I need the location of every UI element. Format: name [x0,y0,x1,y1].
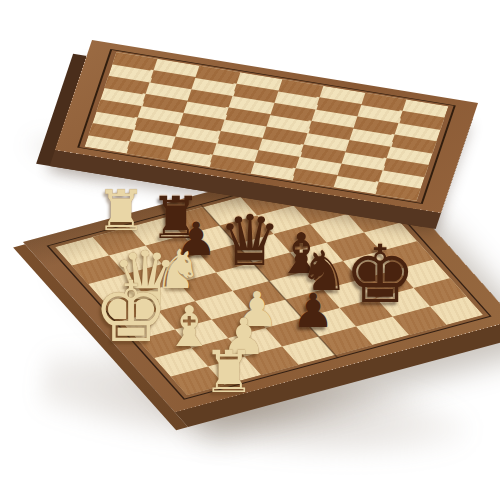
dark-queen-d6[interactable]: ♛ [219,206,282,276]
white-rook-b8[interactable]: ♜ [96,183,146,239]
pieces-layer: ♜♜♟♛♝♞♞♚♛♟♟♚♝♟♜ [0,0,500,500]
dark-king-f3[interactable]: ♚ [344,235,416,315]
white-king-a4[interactable]: ♚ [93,270,168,354]
white-rook-b1[interactable]: ♜ [203,343,255,401]
dark-pawn-d2[interactable]: ♟ [292,287,334,334]
chess-set-photo: ♜♜♟♛♝♞♞♚♛♟♟♚♝♟♜ [0,0,500,500]
